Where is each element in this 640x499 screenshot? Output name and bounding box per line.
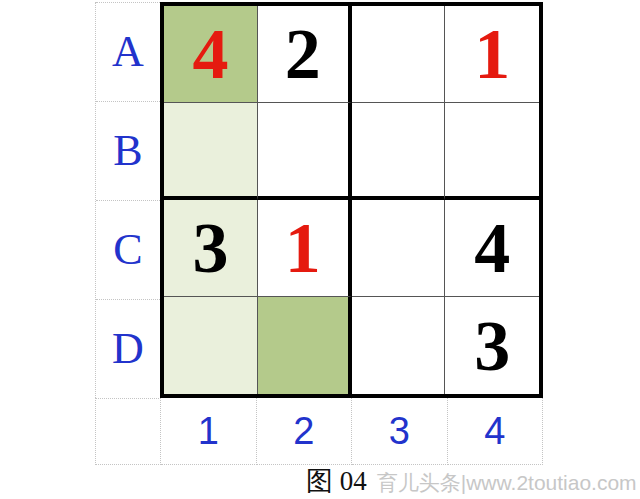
cell-B2[interactable] [258, 103, 352, 200]
row-label-B: B [96, 101, 160, 200]
cell-B1[interactable] [164, 103, 258, 200]
col-label-4: 4 [448, 398, 544, 465]
cell-A1[interactable]: 4 [164, 6, 258, 103]
col-labels: 1 2 3 4 [95, 398, 543, 465]
figure-label: 图 04 [306, 464, 367, 499]
cell-D3[interactable] [352, 297, 446, 394]
puzzle-grid: 4 2 1 3 1 4 3 [160, 2, 543, 398]
cell-A4[interactable]: 1 [445, 6, 539, 103]
watermark-text: 育儿头条|www.2toutiao.com [377, 465, 637, 499]
cell-C4[interactable]: 4 [445, 200, 539, 297]
cell-D4[interactable]: 3 [445, 297, 539, 394]
col-label-1: 1 [161, 398, 257, 465]
cell-A3[interactable] [352, 6, 446, 103]
row-labels: A B C D [95, 2, 160, 398]
cell-C2[interactable]: 1 [258, 200, 352, 297]
col-label-2: 2 [257, 398, 353, 465]
cell-B3[interactable] [352, 103, 446, 200]
row-label-A: A [96, 2, 160, 101]
corner-cell [96, 398, 161, 465]
cell-C1[interactable]: 3 [164, 200, 258, 297]
puzzle-figure: A B C D 4 2 1 3 1 4 3 1 2 3 4 图 04 育 [0, 0, 640, 499]
row-label-C: C [96, 200, 160, 299]
cell-C3[interactable] [352, 200, 446, 297]
figure-caption: 图 04 育儿头条|www.2toutiao.com [306, 464, 637, 499]
col-label-3: 3 [352, 398, 448, 465]
cell-D2[interactable] [258, 297, 352, 394]
cell-B4[interactable] [445, 103, 539, 200]
cell-A2[interactable]: 2 [258, 6, 352, 103]
row-label-D: D [96, 299, 160, 398]
cell-D1[interactable] [164, 297, 258, 394]
